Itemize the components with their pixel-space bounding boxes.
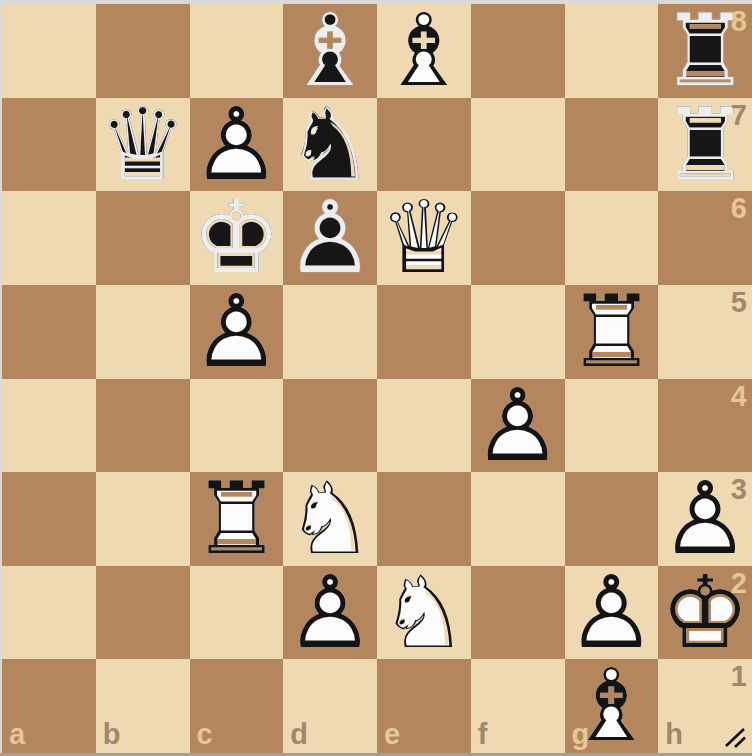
square-c6[interactable]: ♚︎♔︎ — [190, 191, 284, 285]
square-f5[interactable] — [471, 285, 565, 379]
black-king-glyph-outline: ♔︎ — [190, 191, 284, 285]
square-b5[interactable] — [96, 285, 190, 379]
square-c1[interactable]: c — [190, 659, 284, 753]
square-g3[interactable] — [565, 472, 659, 566]
white-knight-glyph-outline: ♘︎ — [283, 472, 377, 566]
square-c3[interactable]: ♜︎♖︎ — [190, 472, 284, 566]
piece-white-knight[interactable]: ♞︎♘︎ — [377, 566, 471, 660]
piece-black-king[interactable]: ♚︎♔︎ — [190, 191, 284, 285]
file-label-d: d — [290, 720, 308, 749]
square-a7[interactable] — [2, 98, 96, 192]
black-knight-glyph-fill: ♞︎ — [283, 98, 377, 192]
file-label-c: c — [197, 720, 213, 749]
white-pawn-glyph-fill: ♟︎ — [565, 566, 659, 660]
rank-label-4: 4 — [731, 382, 747, 411]
white-bishop-glyph-outline: ♗︎ — [377, 4, 471, 98]
square-f3[interactable] — [471, 472, 565, 566]
square-a8[interactable] — [2, 4, 96, 98]
square-a5[interactable] — [2, 285, 96, 379]
black-queen-glyph-fill: ♛︎ — [96, 98, 190, 192]
piece-white-bishop[interactable]: ♝︎♗︎ — [565, 659, 659, 753]
piece-white-pawn[interactable]: ♟︎♙︎ — [658, 472, 752, 566]
square-f1[interactable]: f — [471, 659, 565, 753]
piece-white-king[interactable]: ♚︎♔︎ — [658, 566, 752, 660]
square-e8[interactable]: ♝︎♗︎ — [377, 4, 471, 98]
piece-black-rook[interactable]: ♜︎♖︎ — [658, 4, 752, 98]
square-b1[interactable]: b — [96, 659, 190, 753]
square-g6[interactable] — [565, 191, 659, 285]
black-bishop-glyph-fill: ♝︎ — [283, 4, 377, 98]
square-b4[interactable] — [96, 379, 190, 473]
rank-label-6: 6 — [731, 194, 747, 223]
white-king-glyph-fill: ♚︎ — [658, 566, 752, 660]
white-pawn-glyph-outline: ♙︎ — [658, 472, 752, 566]
square-d6[interactable]: ♟︎♙︎ — [283, 191, 377, 285]
square-c2[interactable] — [190, 566, 284, 660]
piece-white-rook[interactable]: ♜︎♖︎ — [565, 285, 659, 379]
square-g4[interactable] — [565, 379, 659, 473]
white-rook-glyph-outline: ♖︎ — [190, 472, 284, 566]
square-c5[interactable]: ♟︎♙︎ — [190, 285, 284, 379]
square-h7[interactable]: ♜︎♖︎7 — [658, 98, 752, 192]
square-g2[interactable]: ♟︎♙︎ — [565, 566, 659, 660]
square-b2[interactable] — [96, 566, 190, 660]
piece-white-pawn[interactable]: ♟︎♙︎ — [283, 566, 377, 660]
square-f8[interactable] — [471, 4, 565, 98]
white-pawn-glyph-outline: ♙︎ — [283, 566, 377, 660]
square-g8[interactable] — [565, 4, 659, 98]
square-d7[interactable]: ♞︎♘︎ — [283, 98, 377, 192]
black-queen-glyph-outline: ♕︎ — [96, 98, 190, 192]
square-e6[interactable]: ♛︎♕︎ — [377, 191, 471, 285]
white-pawn-glyph-fill: ♟︎ — [190, 98, 284, 192]
black-bishop-glyph-outline: ♗︎ — [283, 4, 377, 98]
white-knight-glyph-outline: ♘︎ — [377, 566, 471, 660]
square-g5[interactable]: ♜︎♖︎ — [565, 285, 659, 379]
rank-label-5: 5 — [731, 288, 747, 317]
white-to-move-icon — [722, 727, 748, 749]
piece-white-pawn[interactable]: ♟︎♙︎ — [190, 98, 284, 192]
piece-white-rook[interactable]: ♜︎♖︎ — [190, 472, 284, 566]
square-e1[interactable]: e — [377, 659, 471, 753]
square-e7[interactable] — [377, 98, 471, 192]
piece-black-queen[interactable]: ♛︎♕︎ — [96, 98, 190, 192]
square-g1[interactable]: ♝︎♗︎g — [565, 659, 659, 753]
white-knight-glyph-fill: ♞︎ — [283, 472, 377, 566]
square-a3[interactable] — [2, 472, 96, 566]
square-h4[interactable]: 4 — [658, 379, 752, 473]
white-pawn-glyph-outline: ♙︎ — [471, 379, 565, 473]
white-queen-glyph-fill: ♛︎ — [377, 191, 471, 285]
file-label-h: h — [665, 720, 683, 749]
white-pawn-glyph-outline: ♙︎ — [190, 98, 284, 192]
white-rook-glyph-fill: ♜︎ — [565, 285, 659, 379]
square-e5[interactable] — [377, 285, 471, 379]
square-a4[interactable] — [2, 379, 96, 473]
square-h2[interactable]: ♚︎♔︎2 — [658, 566, 752, 660]
square-h8[interactable]: ♜︎♖︎8 — [658, 4, 752, 98]
square-f6[interactable] — [471, 191, 565, 285]
square-d8[interactable]: ♝︎♗︎ — [283, 4, 377, 98]
square-b8[interactable] — [96, 4, 190, 98]
square-c8[interactable] — [190, 4, 284, 98]
square-e4[interactable] — [377, 379, 471, 473]
piece-white-pawn[interactable]: ♟︎♙︎ — [190, 285, 284, 379]
square-d2[interactable]: ♟︎♙︎ — [283, 566, 377, 660]
white-rook-glyph-fill: ♜︎ — [190, 472, 284, 566]
square-h3[interactable]: ♟︎♙︎3 — [658, 472, 752, 566]
piece-black-bishop[interactable]: ♝︎♗︎ — [283, 4, 377, 98]
piece-white-knight[interactable]: ♞︎♘︎ — [283, 472, 377, 566]
black-rook-glyph-outline: ♖︎ — [658, 4, 752, 98]
white-bishop-glyph-fill: ♝︎ — [565, 659, 659, 753]
white-pawn-glyph-outline: ♙︎ — [190, 285, 284, 379]
square-e3[interactable] — [377, 472, 471, 566]
chess-board: ♝︎♗︎♝︎♗︎♜︎♖︎8♛︎♕︎♟︎♙︎♞︎♘︎♜︎♖︎7♚︎♔︎♟︎♙︎♛︎… — [2, 4, 752, 753]
white-queen-glyph-outline: ♕︎ — [377, 191, 471, 285]
square-b6[interactable] — [96, 191, 190, 285]
piece-white-queen[interactable]: ♛︎♕︎ — [377, 191, 471, 285]
square-f2[interactable] — [471, 566, 565, 660]
piece-black-rook[interactable]: ♜︎♖︎ — [658, 98, 752, 192]
square-d1[interactable]: d — [283, 659, 377, 753]
black-rook-glyph-outline: ♖︎ — [658, 98, 752, 192]
piece-black-knight[interactable]: ♞︎♘︎ — [283, 98, 377, 192]
piece-white-pawn[interactable]: ♟︎♙︎ — [565, 566, 659, 660]
file-label-e: e — [384, 720, 400, 749]
white-pawn-glyph-fill: ♟︎ — [658, 472, 752, 566]
square-h5[interactable]: 5 — [658, 285, 752, 379]
black-knight-glyph-outline: ♘︎ — [283, 98, 377, 192]
square-b7[interactable]: ♛︎♕︎ — [96, 98, 190, 192]
white-knight-glyph-fill: ♞︎ — [377, 566, 471, 660]
square-d5[interactable] — [283, 285, 377, 379]
black-rook-glyph-fill: ♜︎ — [658, 4, 752, 98]
square-c4[interactable] — [190, 379, 284, 473]
white-pawn-glyph-fill: ♟︎ — [190, 285, 284, 379]
square-a6[interactable] — [2, 191, 96, 285]
file-label-f: f — [478, 720, 488, 749]
black-king-glyph-fill: ♚︎ — [190, 191, 284, 285]
white-pawn-glyph-fill: ♟︎ — [283, 566, 377, 660]
file-label-b: b — [103, 720, 121, 749]
black-rook-glyph-fill: ♜︎ — [658, 98, 752, 192]
square-a1[interactable]: a — [2, 659, 96, 753]
square-h6[interactable]: 6 — [658, 191, 752, 285]
white-bishop-glyph-outline: ♗︎ — [565, 659, 659, 753]
square-f7[interactable] — [471, 98, 565, 192]
square-d4[interactable] — [283, 379, 377, 473]
square-d3[interactable]: ♞︎♘︎ — [283, 472, 377, 566]
white-bishop-glyph-fill: ♝︎ — [377, 4, 471, 98]
square-e2[interactable]: ♞︎♘︎ — [377, 566, 471, 660]
square-f4[interactable]: ♟︎♙︎ — [471, 379, 565, 473]
black-pawn-glyph-outline: ♙︎ — [283, 191, 377, 285]
rank-label-1: 1 — [731, 662, 747, 691]
square-a2[interactable] — [2, 566, 96, 660]
piece-white-bishop[interactable]: ♝︎♗︎ — [377, 4, 471, 98]
square-g7[interactable] — [565, 98, 659, 192]
white-pawn-glyph-fill: ♟︎ — [471, 379, 565, 473]
piece-black-pawn[interactable]: ♟︎♙︎ — [283, 191, 377, 285]
black-pawn-glyph-fill: ♟︎ — [283, 191, 377, 285]
square-c7[interactable]: ♟︎♙︎ — [190, 98, 284, 192]
white-king-glyph-outline: ♔︎ — [658, 566, 752, 660]
chess-board-frame: ♝︎♗︎♝︎♗︎♜︎♖︎8♛︎♕︎♟︎♙︎♞︎♘︎♜︎♖︎7♚︎♔︎♟︎♙︎♛︎… — [0, 0, 752, 756]
square-b3[interactable] — [96, 472, 190, 566]
piece-white-pawn[interactable]: ♟︎♙︎ — [471, 379, 565, 473]
white-pawn-glyph-outline: ♙︎ — [565, 566, 659, 660]
square-h1[interactable]: 1h — [658, 659, 752, 753]
file-label-a: a — [9, 720, 25, 749]
white-rook-glyph-outline: ♖︎ — [565, 285, 659, 379]
